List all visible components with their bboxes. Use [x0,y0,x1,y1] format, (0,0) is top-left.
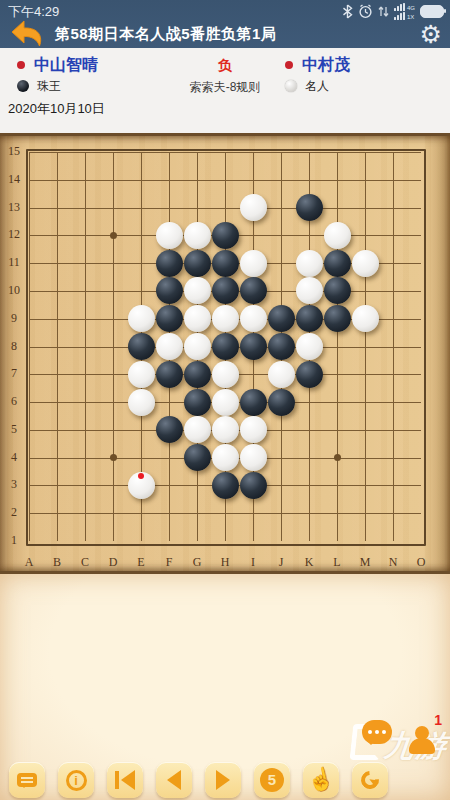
unread-badge: 1 [434,712,442,728]
stone-F11 [156,250,183,277]
stone-E9 [128,305,155,332]
try-move-button[interactable]: ☝ [303,762,339,798]
col-label-J: J [271,555,291,570]
stone-F5 [156,416,183,443]
stone-I9 [240,305,267,332]
stone-K8 [296,333,323,360]
stone-G12 [184,222,211,249]
stone-L10 [324,277,351,304]
white-player-title: 名人 [305,78,329,95]
status-icons: 4G 1X [343,3,444,19]
row-label-3: 3 [4,477,24,492]
row-label-12: 12 [4,227,24,242]
stone-I11 [240,250,267,277]
row-label-8: 8 [4,339,24,354]
white-player-block: 中村茂 名人 [285,55,350,95]
row-label-7: 7 [4,366,24,381]
replay-toolbar: i 5 ☝ [9,762,388,798]
row-label-5: 5 [4,422,24,437]
stone-E6 [128,389,155,416]
stone-L11 [324,250,351,277]
white-stone-icon [285,80,297,92]
row-label-4: 4 [4,450,24,465]
status-bar: 下午4:29 4G [0,0,450,22]
col-label-N: N [383,555,403,570]
stone-G8 [184,333,211,360]
info-icon: i [66,770,87,791]
move-count-button[interactable]: 5 [254,762,290,798]
match-date: 2020年10月10日 [8,100,105,118]
col-label-F: F [159,555,179,570]
stone-G6 [184,389,211,416]
signal-icon: 4G 1X [394,3,415,20]
hand-pointer-icon: ☝ [305,766,336,793]
stone-H11 [212,250,239,277]
stone-I8 [240,333,267,360]
stone-G11 [184,250,211,277]
stone-G10 [184,277,211,304]
move-count-badge: 5 [260,768,284,792]
info-button[interactable]: i [58,762,94,798]
skip-to-start-button[interactable] [107,762,143,798]
col-label-D: D [103,555,123,570]
header: 下午4:29 4G [0,0,450,49]
white-player-name[interactable]: 中村茂 [302,55,350,76]
stone-H8 [212,333,239,360]
result-label: 负 [160,55,290,75]
stone-F10 [156,277,183,304]
vibrate-icon [378,4,389,19]
player-avatar-icon[interactable]: 1 [408,718,442,756]
stone-K7 [296,361,323,388]
stone-K11 [296,250,323,277]
black-player-block: 中山智晴 珠王 [17,55,98,95]
stone-M9 [352,305,379,332]
stone-L9 [324,305,351,332]
stone-F7 [156,361,183,388]
rule-label: 索索夫-8规则 [160,79,290,96]
col-label-I: I [243,555,263,570]
prev-move-button[interactable] [156,762,192,798]
stone-L12 [324,222,351,249]
stone-H9 [212,305,239,332]
row-label-15: 15 [4,144,24,159]
stone-K10 [296,277,323,304]
stone-E8 [128,333,155,360]
row-label-14: 14 [4,172,24,187]
nav-bar: 第58期日本名人战5番胜负第1局 ⚙ [0,22,450,48]
refresh-icon [357,767,382,792]
stone-M11 [352,250,379,277]
next-icon [216,770,230,790]
col-label-G: G [187,555,207,570]
stone-K9 [296,305,323,332]
match-info-panel: 中山智晴 珠王 2020年10月10日 负 索索夫-8规则 中村茂 名人 [0,48,450,133]
signal-1x-label: 1X [407,14,414,20]
signal-4g-label: 4G [407,5,415,11]
row-label-13: 13 [4,200,24,215]
stone-J6 [268,389,295,416]
stone-G7 [184,361,211,388]
stone-H10 [212,277,239,304]
stone-K13 [296,194,323,221]
stone-F9 [156,305,183,332]
black-stone-icon [17,80,29,92]
stone-H6 [212,389,239,416]
black-player-bullet-icon [17,61,25,69]
stone-H12 [212,222,239,249]
stone-I6 [240,389,267,416]
stone-H7 [212,361,239,388]
stone-I4 [240,444,267,471]
stone-E3 [128,472,155,499]
stone-H3 [212,472,239,499]
next-move-button[interactable] [205,762,241,798]
stone-G5 [184,416,211,443]
stone-H4 [212,444,239,471]
col-label-E: E [131,555,151,570]
stone-J7 [268,361,295,388]
back-arrow-icon [10,18,44,48]
stone-J9 [268,305,295,332]
row-label-9: 9 [4,311,24,326]
col-label-M: M [355,555,375,570]
stone-G4 [184,444,211,471]
col-label-K: K [299,555,319,570]
stone-F12 [156,222,183,249]
stone-F8 [156,333,183,360]
col-label-A: A [19,555,39,570]
skip-start-icon [115,771,119,789]
row-label-10: 10 [4,283,24,298]
stone-J8 [268,333,295,360]
comment-button[interactable] [9,762,45,798]
stones-layer [29,152,421,541]
stone-I5 [240,416,267,443]
row-label-6: 6 [4,394,24,409]
stone-G9 [184,305,211,332]
app-screen: 下午4:29 4G [0,0,450,800]
lower-panel: 九游 1 i 5 ☝ [0,574,450,800]
last-move-marker [138,473,144,479]
restart-button[interactable] [352,762,388,798]
battery-icon [420,5,444,18]
chat-bubble-icon[interactable] [362,720,392,744]
col-label-C: C [75,555,95,570]
stone-I13 [240,194,267,221]
black-player-title: 珠王 [37,78,61,95]
col-label-B: B [47,555,67,570]
stone-I3 [240,472,267,499]
row-label-1: 1 [4,533,24,548]
col-label-L: L [327,555,347,570]
stone-H5 [212,416,239,443]
row-label-11: 11 [4,255,24,270]
stone-I10 [240,277,267,304]
stone-E7 [128,361,155,388]
white-player-bullet-icon [285,61,293,69]
row-label-2: 2 [4,505,24,520]
settings-gear-icon[interactable]: ⚙ [420,19,442,49]
bluetooth-icon [343,4,353,19]
result-block: 负 索索夫-8规则 [160,55,290,96]
prev-icon [167,770,181,790]
alarm-clock-icon [358,4,373,19]
black-player-name[interactable]: 中山智晴 [34,55,98,76]
gomoku-board[interactable]: 151413121110987654321 ABCDEFGHIJKLMNO [0,133,450,574]
col-label-O: O [411,555,431,570]
back-button[interactable] [10,18,44,48]
col-label-H: H [215,555,235,570]
comment-icon [17,773,37,787]
page-title: 第58期日本名人战5番胜负第1局 [55,25,276,44]
